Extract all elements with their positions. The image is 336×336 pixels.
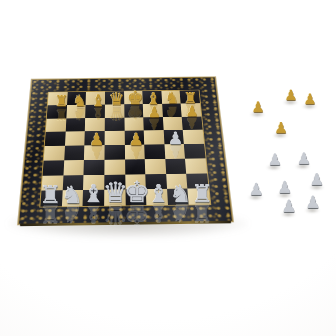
piece-silver-rook-h1[interactable]: ♜♜ bbox=[192, 182, 214, 206]
tray-pawn-silver-4[interactable]: ♟ bbox=[278, 179, 293, 196]
square-d4[interactable] bbox=[104, 145, 124, 160]
photo-scene: ♜♜♞♞♝♝♛♛♚♚♝♝♞♞♜♜♟♟♟♟♟♟♟♟♟♟♜♜♞♞♝♝♛♛♚♚♝♝♞♞… bbox=[0, 0, 336, 336]
piece-silver-king-e1[interactable]: ♚♚ bbox=[124, 178, 150, 207]
square-d5[interactable] bbox=[104, 131, 124, 145]
pawn-shadow bbox=[267, 165, 282, 170]
piece-reflection: ♛ bbox=[109, 104, 125, 122]
piece-silver-bishop-c1[interactable]: ♝♝ bbox=[83, 182, 105, 207]
piece-gold-pawn-c5[interactable]: ♟♟ bbox=[89, 131, 104, 148]
square-a5[interactable] bbox=[45, 132, 66, 146]
square-f4[interactable] bbox=[144, 144, 165, 159]
piece-reflection: ♚ bbox=[127, 103, 143, 121]
tray-pawn-gold-2[interactable]: ♟ bbox=[285, 88, 298, 102]
tray-pawn-gold-4[interactable]: ♟ bbox=[274, 121, 288, 136]
piece-silver-bishop-f1[interactable]: ♝♝ bbox=[148, 182, 170, 207]
pawn-shadow bbox=[250, 112, 265, 117]
piece-silver-knight-g1[interactable]: ♞♞ bbox=[170, 182, 192, 206]
board-wrapper bbox=[0, 0, 336, 336]
tray-pawn-silver-3[interactable]: ♟ bbox=[248, 181, 263, 198]
piece-reflection: ♞ bbox=[165, 103, 179, 119]
piece-gold-knight-g8[interactable]: ♞♞ bbox=[165, 91, 179, 107]
piece-reflection: ♝ bbox=[91, 105, 105, 121]
pawn-shadow bbox=[309, 185, 324, 190]
square-a4[interactable] bbox=[44, 146, 65, 161]
piece-reflection: ♞ bbox=[61, 201, 83, 225]
square-d3[interactable] bbox=[104, 159, 125, 174]
piece-silver-pawn-g5[interactable]: ♟♟ bbox=[168, 130, 183, 147]
piece-reflection: ♟ bbox=[148, 116, 161, 131]
pawn-shadow bbox=[296, 164, 311, 169]
pawn-shadow bbox=[273, 133, 288, 138]
piece-reflection: ♜ bbox=[192, 200, 214, 224]
square-a3[interactable] bbox=[43, 160, 64, 175]
piece-gold-pawn-e5[interactable]: ♟♟ bbox=[129, 131, 144, 148]
piece-reflection: ♟ bbox=[168, 143, 183, 160]
piece-gold-pawn-h7[interactable]: ♟♟ bbox=[186, 104, 199, 119]
pawn-shadow bbox=[302, 104, 317, 109]
piece-reflection: ♜ bbox=[40, 201, 62, 225]
pawn-shadow bbox=[281, 212, 296, 217]
square-h3[interactable] bbox=[185, 158, 207, 173]
piece-reflection: ♝ bbox=[148, 200, 170, 225]
piece-gold-pawn-f7[interactable]: ♟♟ bbox=[148, 105, 161, 120]
tray-pawn-silver-2[interactable]: ♟ bbox=[297, 151, 311, 167]
tray-pawn-silver-5[interactable]: ♟ bbox=[310, 172, 325, 189]
piece-silver-knight-b1[interactable]: ♞♞ bbox=[61, 183, 83, 207]
piece-reflection: ♝ bbox=[83, 201, 105, 226]
piece-reflection: ♟ bbox=[89, 144, 104, 161]
piece-gold-rook-a8[interactable]: ♜♜ bbox=[55, 94, 69, 109]
pawn-shadow bbox=[283, 100, 298, 105]
tray-pawn-gold-3[interactable]: ♟ bbox=[304, 92, 317, 107]
square-f3[interactable] bbox=[145, 159, 166, 174]
tray-pawn-silver-7[interactable]: ♟ bbox=[305, 194, 320, 211]
pawn-shadow bbox=[248, 195, 263, 200]
piece-silver-rook-a1[interactable]: ♜♜ bbox=[40, 183, 62, 207]
piece-gold-king-e8[interactable]: ♚♚ bbox=[127, 89, 143, 107]
piece-reflection: ♞ bbox=[170, 200, 192, 224]
piece-gold-bishop-c8[interactable]: ♝♝ bbox=[91, 93, 105, 109]
pawn-shadow bbox=[305, 208, 320, 213]
piece-reflection: ♟ bbox=[186, 115, 199, 130]
square-h4[interactable] bbox=[184, 144, 205, 159]
tray-pawn-silver-1[interactable]: ♟ bbox=[268, 152, 282, 168]
tray-pawn-gold-1[interactable]: ♟ bbox=[251, 100, 264, 115]
square-h5[interactable] bbox=[183, 130, 204, 144]
square-b3[interactable] bbox=[63, 160, 84, 175]
piece-reflection: ♞ bbox=[73, 105, 87, 121]
square-b4[interactable] bbox=[64, 145, 85, 160]
piece-reflection: ♚ bbox=[124, 200, 150, 229]
piece-gold-knight-b8[interactable]: ♞♞ bbox=[73, 94, 87, 110]
piece-reflection: ♟ bbox=[129, 144, 144, 161]
tray-pawn-silver-6[interactable]: ♟ bbox=[281, 198, 296, 215]
piece-gold-queen-d8[interactable]: ♛♛ bbox=[109, 91, 125, 109]
piece-reflection: ♜ bbox=[55, 106, 69, 121]
square-b5[interactable] bbox=[65, 131, 85, 145]
